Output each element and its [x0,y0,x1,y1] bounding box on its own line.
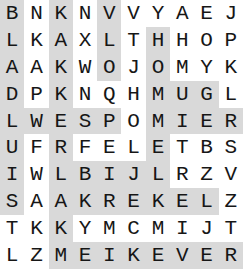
grid-cell-r9c7[interactable]: M [146,215,170,242]
grid-cell-r1c5[interactable]: V [97,0,121,27]
grid-cell-r5c1[interactable]: L [0,108,24,135]
grid-cell-r8c4[interactable]: K [73,188,97,215]
grid-cell-r1c3[interactable]: K [49,0,73,27]
grid-cell-r3c4[interactable]: W [73,54,97,81]
grid-cell-r3c3[interactable]: K [49,54,73,81]
grid-cell-r6c5[interactable]: E [97,134,121,161]
grid-cell-r2c5[interactable]: L [97,27,121,54]
grid-cell-r6c3[interactable]: R [49,134,73,161]
grid-cell-r9c10[interactable]: T [219,215,243,242]
grid-cell-r7c10[interactable]: V [219,161,243,188]
grid-cell-r7c2[interactable]: W [24,161,48,188]
grid-cell-r3c2[interactable]: A [24,54,48,81]
grid-cell-r4c10[interactable]: L [219,81,243,108]
grid-cell-r8c7[interactable]: K [146,188,170,215]
grid-cell-r4c6[interactable]: H [121,81,145,108]
grid-cell-r9c6[interactable]: C [121,215,145,242]
grid-cell-r10c5[interactable]: I [97,242,121,269]
grid-cell-r8c6[interactable]: E [121,188,145,215]
word-search-grid: BNKNVVYAEJLKAXLTHHOPAAKWOJOMYKDPKNQHMUGL… [0,0,243,269]
grid-cell-r10c9[interactable]: E [194,242,218,269]
grid-cell-r5c8[interactable]: I [170,108,194,135]
grid-cell-r2c1[interactable]: L [0,27,24,54]
grid-cell-r3c7[interactable]: O [146,54,170,81]
grid-cell-r6c1[interactable]: U [0,134,24,161]
grid-cell-r5c10[interactable]: R [219,108,243,135]
grid-cell-r4c7[interactable]: M [146,81,170,108]
grid-cell-r7c3[interactable]: L [49,161,73,188]
grid-cell-r1c2[interactable]: N [24,0,48,27]
grid-cell-r3c8[interactable]: M [170,54,194,81]
grid-cell-r7c7[interactable]: L [146,161,170,188]
grid-cell-r7c4[interactable]: B [73,161,97,188]
grid-cell-r2c10[interactable]: P [219,27,243,54]
grid-cell-r9c3[interactable]: K [49,215,73,242]
grid-cell-r5c6[interactable]: O [121,108,145,135]
grid-cell-r4c9[interactable]: G [194,81,218,108]
grid-cell-r1c4[interactable]: N [73,0,97,27]
grid-cell-r8c3[interactable]: A [49,188,73,215]
grid-cell-r6c7[interactable]: E [146,134,170,161]
grid-cell-r1c10[interactable]: J [219,0,243,27]
grid-cell-r2c7[interactable]: H [146,27,170,54]
grid-cell-r4c2[interactable]: P [24,81,48,108]
grid-cell-r10c1[interactable]: L [0,242,24,269]
grid-cell-r3c9[interactable]: Y [194,54,218,81]
grid-cell-r10c2[interactable]: Z [24,242,48,269]
grid-cell-r10c4[interactable]: E [73,242,97,269]
grid-cell-r3c5[interactable]: O [97,54,121,81]
grid-cell-r9c9[interactable]: J [194,215,218,242]
grid-cell-r2c6[interactable]: T [121,27,145,54]
grid-cell-r2c4[interactable]: X [73,27,97,54]
grid-cell-r4c4[interactable]: N [73,81,97,108]
grid-cell-r2c3[interactable]: A [49,27,73,54]
grid-cell-r6c6[interactable]: L [121,134,145,161]
grid-cell-r5c3[interactable]: E [49,108,73,135]
grid-cell-r7c8[interactable]: R [170,161,194,188]
grid-cell-r1c6[interactable]: V [121,0,145,27]
grid-cell-r4c1[interactable]: D [0,81,24,108]
grid-cell-r1c9[interactable]: E [194,0,218,27]
grid-cell-r10c3[interactable]: M [49,242,73,269]
grid-cell-r1c1[interactable]: B [0,0,24,27]
grid-cell-r5c5[interactable]: P [97,108,121,135]
grid-cell-r8c5[interactable]: R [97,188,121,215]
grid-cell-r8c10[interactable]: Z [219,188,243,215]
grid-cell-r10c6[interactable]: K [121,242,145,269]
grid-cell-r4c3[interactable]: K [49,81,73,108]
grid-cell-r3c6[interactable]: J [121,54,145,81]
grid-cell-r6c9[interactable]: B [194,134,218,161]
grid-cell-r10c8[interactable]: V [170,242,194,269]
grid-cell-r9c1[interactable]: T [0,215,24,242]
grid-cell-r8c1[interactable]: S [0,188,24,215]
grid-cell-r7c9[interactable]: Z [194,161,218,188]
grid-cell-r7c6[interactable]: J [121,161,145,188]
grid-cell-r1c8[interactable]: A [170,0,194,27]
grid-cell-r7c5[interactable]: I [97,161,121,188]
grid-cell-r6c2[interactable]: F [24,134,48,161]
grid-cell-r1c7[interactable]: Y [146,0,170,27]
grid-cell-r9c8[interactable]: I [170,215,194,242]
grid-cell-r9c5[interactable]: M [97,215,121,242]
grid-cell-r6c10[interactable]: S [219,134,243,161]
grid-cell-r9c4[interactable]: Y [73,215,97,242]
grid-cell-r10c10[interactable]: R [219,242,243,269]
grid-cell-r9c2[interactable]: K [24,215,48,242]
grid-cell-r7c1[interactable]: I [0,161,24,188]
grid-cell-r5c7[interactable]: M [146,108,170,135]
grid-cell-r6c4[interactable]: F [73,134,97,161]
grid-cell-r8c2[interactable]: A [24,188,48,215]
grid-cell-r3c1[interactable]: A [0,54,24,81]
grid-cell-r10c7[interactable]: E [146,242,170,269]
grid-cell-r5c9[interactable]: E [194,108,218,135]
grid-cell-r4c5[interactable]: Q [97,81,121,108]
grid-cell-r2c9[interactable]: O [194,27,218,54]
grid-cell-r5c4[interactable]: S [73,108,97,135]
grid-cell-r3c10[interactable]: K [219,54,243,81]
grid-cell-r4c8[interactable]: U [170,81,194,108]
grid-cell-r2c8[interactable]: H [170,27,194,54]
grid-cell-r6c8[interactable]: T [170,134,194,161]
grid-cell-r5c2[interactable]: W [24,108,48,135]
grid-cell-r8c9[interactable]: L [194,188,218,215]
grid-cell-r2c2[interactable]: K [24,27,48,54]
grid-cell-r8c8[interactable]: E [170,188,194,215]
